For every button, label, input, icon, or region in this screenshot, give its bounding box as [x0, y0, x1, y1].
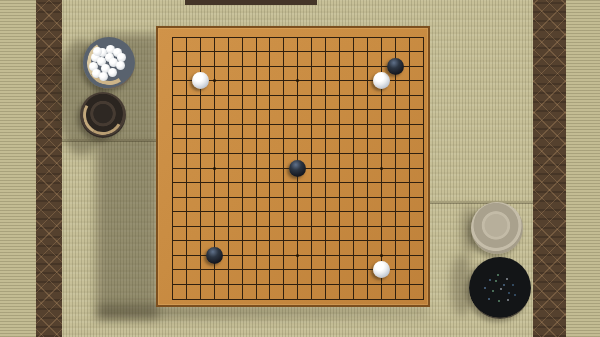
black-stone[interactable] [206, 247, 223, 264]
grid-horizontal-line [173, 197, 425, 198]
light-bowl-lid[interactable] [471, 202, 523, 254]
black-stone-glint [488, 298, 490, 300]
go-board[interactable] [156, 26, 430, 307]
grid-vertical-line [283, 37, 284, 300]
grid-horizontal-line [173, 299, 425, 300]
black-stone[interactable] [387, 58, 404, 75]
grid-horizontal-line [173, 240, 425, 241]
grid-vertical-line [423, 37, 424, 300]
white-stone[interactable] [373, 261, 390, 278]
top-border-cloth [185, 0, 317, 5]
right-border-cloth [533, 0, 566, 337]
black-stone-glint [508, 292, 510, 294]
star-point [213, 167, 216, 170]
black-stone-glint [507, 299, 509, 301]
white-stone[interactable] [192, 72, 209, 89]
left-border-cloth [36, 0, 62, 337]
black-stone-glint [506, 278, 508, 280]
grid-vertical-line [353, 37, 354, 300]
black-stone-glint [497, 274, 499, 276]
white-stone[interactable] [373, 72, 390, 89]
star-point [380, 254, 383, 257]
star-point [296, 254, 299, 257]
black-stone-glint [514, 294, 516, 296]
right-side-mat [566, 0, 600, 337]
white-stone-in-bowl[interactable] [116, 61, 125, 70]
grid-vertical-line [269, 37, 270, 300]
grid-horizontal-line [173, 211, 425, 212]
grid-vertical-line [172, 37, 173, 300]
black-stone-glint [500, 288, 502, 290]
star-point [296, 79, 299, 82]
grid-vertical-line [228, 37, 229, 300]
grid-vertical-line [367, 37, 368, 300]
grid-vertical-line [186, 37, 187, 300]
black-stone[interactable] [289, 160, 306, 177]
white-stone-in-bowl[interactable] [99, 72, 108, 81]
black-stone-glint [492, 290, 494, 292]
grid-vertical-line [325, 37, 326, 300]
star-point [213, 79, 216, 82]
grid-vertical-line [242, 37, 243, 300]
grid-vertical-line [256, 37, 257, 300]
black-stone-bowl[interactable] [469, 257, 531, 319]
grid-vertical-line [409, 37, 410, 300]
grid-horizontal-line [173, 182, 425, 183]
grid-vertical-line [395, 37, 396, 300]
grid-vertical-line [311, 37, 312, 300]
black-stone-glint [498, 300, 500, 302]
grid-horizontal-line [173, 284, 425, 285]
tatami-seam-right [430, 201, 533, 203]
grid-horizontal-line [173, 226, 425, 227]
grid-vertical-line [339, 37, 340, 300]
black-stone-glint [489, 279, 491, 281]
left-side-mat [0, 0, 36, 337]
black-stone-glint [512, 284, 514, 286]
star-point [380, 167, 383, 170]
black-stone-glint [484, 287, 486, 289]
tatami-floor [0, 0, 600, 337]
white-stone-in-bowl[interactable] [108, 68, 117, 77]
white-stone-bowl[interactable] [83, 37, 135, 89]
white-stone-in-bowl[interactable] [93, 47, 102, 56]
dark-bowl-lid[interactable] [80, 92, 126, 138]
black-stone-glint [495, 280, 497, 282]
black-stone-glint [503, 284, 505, 286]
